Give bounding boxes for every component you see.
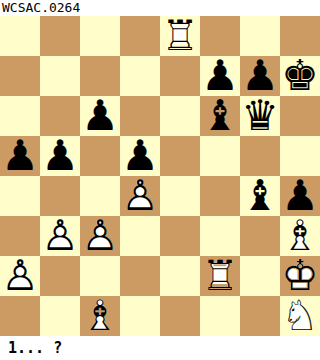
white-pawn-icon[interactable]: ♟♙ [40,216,80,256]
square-b2[interactable] [40,256,80,296]
square-f5[interactable] [200,136,240,176]
square-b4[interactable] [40,176,80,216]
square-h8[interactable] [280,16,320,56]
white-rook-icon[interactable]: ♜♖ [160,16,200,56]
square-b7[interactable] [40,56,80,96]
square-b3[interactable]: ♟♙ [40,216,80,256]
square-h3[interactable]: ♝♗ [280,216,320,256]
black-pawn-icon[interactable]: ♟ [40,136,80,176]
black-pawn-icon[interactable]: ♟ [120,136,160,176]
black-bishop-icon[interactable]: ♝ [240,176,280,216]
square-d4[interactable]: ♟♙ [120,176,160,216]
black-queen-icon[interactable]: ♛ [240,96,280,136]
black-pawn-icon[interactable]: ♟ [280,176,320,216]
square-g1[interactable] [240,296,280,336]
square-f1[interactable] [200,296,240,336]
piece-solid-layer: ♟ [40,136,80,176]
move-prompt: 1... ? [0,336,320,360]
square-d7[interactable] [120,56,160,96]
square-a2[interactable]: ♟♙ [0,256,40,296]
square-a5[interactable]: ♟ [0,136,40,176]
square-c8[interactable] [80,16,120,56]
square-a3[interactable] [0,216,40,256]
piece-outline-layer: ♗ [280,216,320,256]
black-king-icon[interactable]: ♚ [280,56,320,96]
square-e2[interactable] [160,256,200,296]
piece-solid-layer: ♛ [240,96,280,136]
white-bishop-icon[interactable]: ♝♗ [280,216,320,256]
square-d2[interactable] [120,256,160,296]
white-pawn-icon[interactable]: ♟♙ [120,176,160,216]
piece-solid-layer: ♝ [240,176,280,216]
white-king-icon[interactable]: ♚♔ [280,256,320,296]
square-g8[interactable] [240,16,280,56]
square-g4[interactable]: ♝ [240,176,280,216]
piece-solid-layer: ♟ [280,176,320,216]
square-d6[interactable] [120,96,160,136]
square-c1[interactable]: ♝♗ [80,296,120,336]
square-e1[interactable] [160,296,200,336]
square-e8[interactable]: ♜♖ [160,16,200,56]
square-f4[interactable] [200,176,240,216]
piece-solid-layer: ♟ [80,96,120,136]
square-f8[interactable] [200,16,240,56]
square-a1[interactable] [0,296,40,336]
square-c5[interactable] [80,136,120,176]
square-e7[interactable] [160,56,200,96]
square-b1[interactable] [40,296,80,336]
white-knight-icon[interactable]: ♞♘ [280,296,320,336]
square-g3[interactable] [240,216,280,256]
piece-outline-layer: ♗ [80,296,120,336]
white-rook-icon[interactable]: ♜♖ [200,256,240,296]
square-f7[interactable]: ♟ [200,56,240,96]
square-h7[interactable]: ♚ [280,56,320,96]
square-h4[interactable]: ♟ [280,176,320,216]
piece-outline-layer: ♔ [280,256,320,296]
piece-outline-layer: ♙ [0,256,40,296]
puzzle-id: WCSAC.0264 [0,0,320,16]
square-d3[interactable] [120,216,160,256]
piece-solid-layer: ♚ [280,56,320,96]
black-pawn-icon[interactable]: ♟ [200,56,240,96]
piece-solid-layer: ♝ [200,96,240,136]
square-g5[interactable] [240,136,280,176]
square-d5[interactable]: ♟ [120,136,160,176]
square-f6[interactable]: ♝ [200,96,240,136]
square-b6[interactable] [40,96,80,136]
piece-solid-layer: ♟ [200,56,240,96]
black-bishop-icon[interactable]: ♝ [200,96,240,136]
square-h1[interactable]: ♞♘ [280,296,320,336]
square-c2[interactable] [80,256,120,296]
piece-solid-layer: ♟ [240,56,280,96]
white-pawn-icon[interactable]: ♟♙ [0,256,40,296]
square-a4[interactable] [0,176,40,216]
square-f2[interactable]: ♜♖ [200,256,240,296]
black-pawn-icon[interactable]: ♟ [80,96,120,136]
square-h2[interactable]: ♚♔ [280,256,320,296]
black-pawn-icon[interactable]: ♟ [0,136,40,176]
square-f3[interactable] [200,216,240,256]
chess-board: ♜♖♟♟♚♟♝♛♟♟♟♟♙♝♟♟♙♟♙♝♗♟♙♜♖♚♔♝♗♞♘ [0,16,320,336]
square-b5[interactable]: ♟ [40,136,80,176]
piece-outline-layer: ♖ [160,16,200,56]
square-c7[interactable] [80,56,120,96]
square-a8[interactable] [0,16,40,56]
piece-solid-layer: ♟ [120,136,160,176]
square-c4[interactable] [80,176,120,216]
square-a7[interactable] [0,56,40,96]
piece-outline-layer: ♖ [200,256,240,296]
white-pawn-icon[interactable]: ♟♙ [80,216,120,256]
square-h5[interactable] [280,136,320,176]
square-e3[interactable] [160,216,200,256]
black-pawn-icon[interactable]: ♟ [240,56,280,96]
piece-outline-layer: ♘ [280,296,320,336]
square-d1[interactable] [120,296,160,336]
square-a6[interactable] [0,96,40,136]
square-c3[interactable]: ♟♙ [80,216,120,256]
piece-outline-layer: ♙ [120,176,160,216]
piece-solid-layer: ♟ [0,136,40,176]
piece-outline-layer: ♙ [80,216,120,256]
square-e4[interactable] [160,176,200,216]
square-g7[interactable]: ♟ [240,56,280,96]
square-h6[interactable] [280,96,320,136]
white-bishop-icon[interactable]: ♝♗ [80,296,120,336]
square-b8[interactable] [40,16,80,56]
square-g6[interactable]: ♛ [240,96,280,136]
piece-outline-layer: ♙ [40,216,80,256]
square-e6[interactable] [160,96,200,136]
square-e5[interactable] [160,136,200,176]
square-c6[interactable]: ♟ [80,96,120,136]
square-g2[interactable] [240,256,280,296]
square-d8[interactable] [120,16,160,56]
